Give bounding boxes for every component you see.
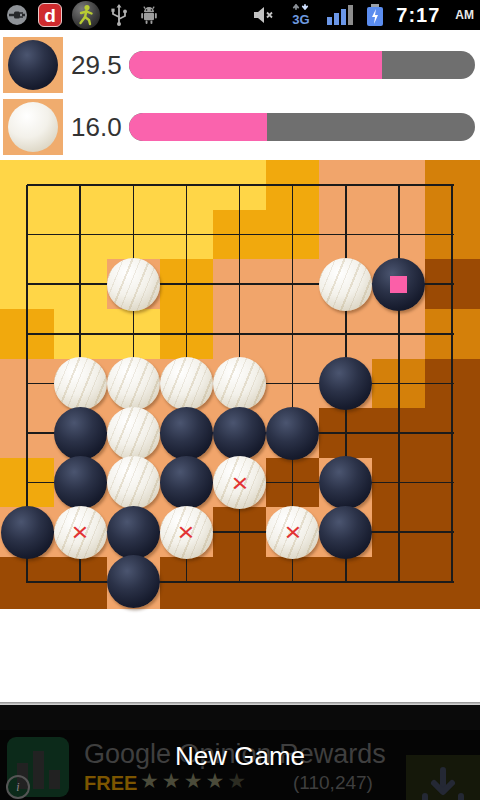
app-screen: d 3G 7:17AM <box>0 0 480 800</box>
black-stone-C2[interactable]: ● <box>107 506 160 559</box>
3g-data-icon: 3G <box>288 2 314 28</box>
white-score-bar <box>129 113 475 141</box>
clock-meridiem: AM <box>455 8 474 22</box>
street-view-runner-icon <box>72 1 100 29</box>
star-icon: ★ <box>162 769 184 792</box>
d-app-icon: d <box>38 3 62 27</box>
white-stone-icon <box>8 102 58 152</box>
black-stone-E4[interactable]: ● <box>213 407 266 460</box>
black-stone-thumbnail <box>3 37 63 93</box>
ad-banner[interactable]: Google Opinion Rewards FREE ★★★★★ (110,2… <box>0 705 480 800</box>
white-stone-G7[interactable]: ○ <box>319 258 372 311</box>
last-move-marker <box>390 276 407 293</box>
white-stone-B5[interactable]: ○ <box>54 357 107 410</box>
black-score-bar <box>129 51 475 79</box>
white-stone-E5[interactable]: ○ <box>213 357 266 410</box>
status-bar-left: d <box>6 1 160 29</box>
power-plug-icon <box>6 4 28 26</box>
black-stone-A2[interactable]: ● <box>1 506 54 559</box>
white-stone-C3[interactable]: ○ <box>107 456 160 509</box>
score-row-black: 29.5 <box>3 37 477 93</box>
black-stone-F4[interactable]: ● <box>266 407 319 460</box>
ad-rating-count: (110,247) <box>293 772 373 794</box>
black-stone-icon <box>8 40 58 90</box>
grid-line-horizontal <box>27 234 454 236</box>
dead-stone-marker: × <box>284 519 301 545</box>
grid-line-horizontal <box>27 333 454 335</box>
status-bar: d 3G 7:17AM <box>0 0 480 30</box>
white-stone-F2[interactable]: ○× <box>266 506 319 559</box>
usb-icon <box>110 3 128 27</box>
white-stone-D2[interactable]: ○× <box>160 506 213 559</box>
white-stone-E3[interactable]: ○× <box>213 456 266 509</box>
dead-stone-marker: × <box>178 519 195 545</box>
go-board[interactable]: ○○●○○○○●●○●●●●○●○×●●○×●○×○×●● <box>0 160 480 608</box>
white-score-value: 16.0 <box>71 112 123 143</box>
black-stone-G2[interactable]: ● <box>319 506 372 559</box>
black-stone-H7[interactable]: ● <box>372 258 425 311</box>
ad-price: FREE <box>84 772 137 795</box>
status-bar-right: 3G 7:17AM <box>252 2 474 28</box>
black-stone-D4[interactable]: ● <box>160 407 213 460</box>
grid-line-vertical <box>451 185 453 583</box>
svg-text:3G: 3G <box>293 12 310 27</box>
black-stone-G5[interactable]: ● <box>319 357 372 410</box>
black-stone-C1[interactable]: ● <box>107 555 160 608</box>
muted-speaker-icon <box>252 5 276 25</box>
clock-time: 7:17 <box>396 4 440 27</box>
android-icon <box>138 4 160 26</box>
white-stone-C5[interactable]: ○ <box>107 357 160 410</box>
score-panel: 29.516.0 <box>0 30 480 160</box>
black-stone-G3[interactable]: ● <box>319 456 372 509</box>
white-score-bar-fill <box>129 113 267 141</box>
grid-line-vertical <box>398 185 400 583</box>
ad-info-icon[interactable]: i <box>6 775 30 799</box>
star-icon: ★ <box>227 769 249 792</box>
star-icon: ★ <box>140 769 162 792</box>
black-score-value: 29.5 <box>71 50 123 81</box>
black-stone-D3[interactable]: ● <box>160 456 213 509</box>
black-score-bar-fill <box>129 51 382 79</box>
star-icon: ★ <box>205 769 227 792</box>
grid-line-horizontal <box>27 184 454 186</box>
white-stone-D5[interactable]: ○ <box>160 357 213 410</box>
new-game-button[interactable]: New Game <box>0 741 480 772</box>
battery-charging-icon <box>366 3 384 27</box>
dead-stone-marker: × <box>231 470 248 496</box>
black-stone-B4[interactable]: ● <box>54 407 107 460</box>
black-stone-B3[interactable]: ● <box>54 456 107 509</box>
chart-bar <box>49 770 60 789</box>
star-icon: ★ <box>184 769 206 792</box>
ad-star-rating: ★★★★★ <box>140 769 249 793</box>
white-stone-C7[interactable]: ○ <box>107 258 160 311</box>
grid-line-horizontal <box>27 581 454 583</box>
score-row-white: 16.0 <box>3 99 477 155</box>
white-stone-B2[interactable]: ○× <box>54 506 107 559</box>
signal-strength-icon <box>326 4 354 26</box>
white-stone-thumbnail <box>3 99 63 155</box>
white-stone-C4[interactable]: ○ <box>107 407 160 460</box>
dead-stone-marker: × <box>72 519 89 545</box>
